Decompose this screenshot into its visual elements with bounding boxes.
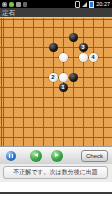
battery-icon [89,1,94,8]
result-message: 不正解です。次は数分後に出題 [3,166,108,179]
result-message-text: 不正解です。次は数分後に出題 [13,168,98,177]
app-screen: 20:27 定石 3421 Check 不正解です。次は数分後に出題 [0,0,112,200]
stone-black-1: 1 [59,83,68,92]
stone-black-3: 3 [79,43,88,52]
status-bar-right: 20:27 [75,0,112,8]
pause-icon [9,154,13,158]
notification-icon-2 [23,2,27,7]
signal-icon [82,2,87,7]
stone-white-2: 2 [49,73,58,82]
android-icon [9,2,14,7]
board[interactable]: 3421 [0,18,112,146]
toolbar: Check [0,146,112,164]
clock-icon [2,2,7,7]
title-bar: 定石 [0,8,112,18]
stone-black [69,33,78,42]
check-button[interactable]: Check [81,150,108,162]
bottom-area [0,182,112,200]
page-title: 定石 [0,8,15,18]
arrow-left-icon [34,153,38,157]
move-number-label: 1 [59,83,68,92]
stone-white [59,53,68,62]
pause-button[interactable] [6,151,16,161]
message-area: 不正解です。次は数分後に出題 [0,164,112,182]
status-time: 20:27 [96,0,110,8]
arrow-right-icon [55,153,59,157]
move-number-label: 4 [89,53,98,62]
status-bar: 20:27 [0,0,112,8]
stone-black [69,73,78,82]
stone-white [79,53,88,62]
vibrate-icon [75,1,80,8]
stone-black [49,43,58,52]
next-move-button[interactable] [51,150,63,162]
bottom-divider [0,192,112,194]
status-bar-left [0,2,75,7]
prev-move-button[interactable] [30,150,42,162]
move-number-label: 2 [49,73,58,82]
notification-icon-1 [16,2,21,7]
stone-white [59,73,68,82]
move-number-label: 3 [79,43,88,52]
stone-white-4: 4 [89,53,98,62]
